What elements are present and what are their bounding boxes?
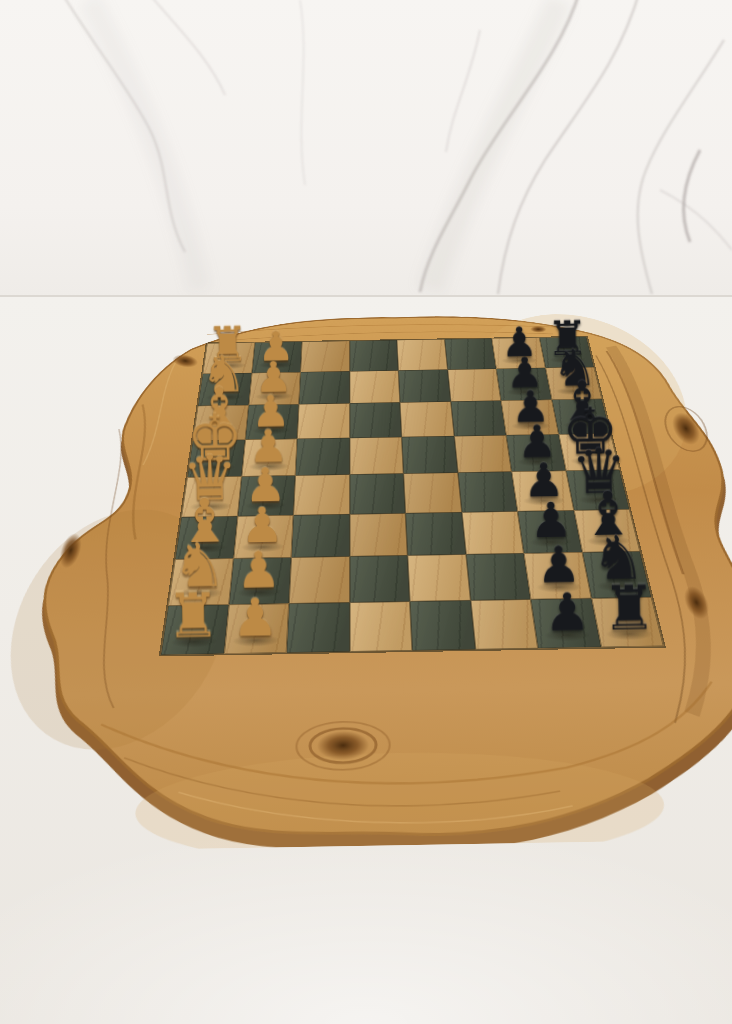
- piece-black-pawn[interactable]: ♟: [544, 588, 591, 638]
- square-g6[interactable]: [447, 369, 501, 402]
- square-c5[interactable]: [405, 512, 465, 555]
- square-b4[interactable]: [349, 555, 409, 602]
- square-d6[interactable]: [458, 472, 518, 512]
- square-d3[interactable]: [293, 475, 349, 515]
- square-g5[interactable]: [398, 369, 450, 402]
- square-d4[interactable]: [349, 474, 405, 514]
- square-e5[interactable]: [402, 436, 458, 474]
- square-e6[interactable]: [454, 435, 512, 473]
- square-e3[interactable]: [295, 438, 349, 476]
- square-f4[interactable]: [349, 402, 401, 437]
- square-f5[interactable]: [400, 402, 454, 437]
- square-b6[interactable]: [466, 553, 531, 600]
- square-a6[interactable]: [470, 599, 538, 649]
- square-h4[interactable]: [349, 340, 398, 371]
- square-f3[interactable]: [297, 403, 349, 438]
- piece-black-rook[interactable]: ♜: [602, 578, 657, 637]
- chessboard-grid[interactable]: ♜♟♟♜♞♟♟♞♝♟♟♝♚♟♟♚♛♟♟♛♝♟♟♝♞♟♟♞♜♟♟♜: [159, 336, 666, 657]
- square-g4[interactable]: [349, 370, 400, 403]
- square-a2[interactable]: ♟: [224, 603, 289, 654]
- square-a7[interactable]: ♟: [531, 598, 601, 648]
- square-d5[interactable]: [403, 473, 461, 513]
- square-a1[interactable]: ♜: [161, 604, 229, 655]
- square-a3[interactable]: [287, 602, 350, 653]
- square-c6[interactable]: [461, 511, 523, 554]
- square-a4[interactable]: [349, 601, 412, 652]
- square-g3[interactable]: [299, 371, 350, 404]
- square-c3[interactable]: [291, 514, 349, 557]
- square-f6[interactable]: [450, 401, 506, 436]
- chess-board: ♜♟♟♜♞♟♟♞♝♟♟♝♚♟♟♚♛♟♟♛♝♟♟♝♞♟♟♞♜♟♟♜: [0, 289, 732, 854]
- square-a5[interactable]: [410, 600, 475, 651]
- square-h3[interactable]: [300, 341, 349, 372]
- square-b3[interactable]: [289, 556, 349, 603]
- square-a8[interactable]: ♜: [591, 597, 664, 647]
- square-c4[interactable]: [349, 513, 407, 556]
- square-h5[interactable]: [397, 339, 447, 370]
- piece-white-rook[interactable]: ♜: [165, 586, 220, 645]
- square-b5[interactable]: [408, 554, 471, 601]
- photo-of-chess-set: ♜♟♟♜♞♟♟♞♝♟♟♝♚♟♟♚♛♟♟♛♝♟♟♝♞♟♟♞♜♟♟♜: [0, 0, 732, 1024]
- piece-white-pawn[interactable]: ♟: [232, 593, 279, 643]
- square-e4[interactable]: [349, 437, 403, 475]
- scene: ♜♟♟♜♞♟♟♞♝♟♟♝♚♟♟♚♛♟♟♛♝♟♟♝♞♟♟♞♜♟♟♜: [0, 47, 732, 963]
- square-h6[interactable]: [444, 338, 496, 369]
